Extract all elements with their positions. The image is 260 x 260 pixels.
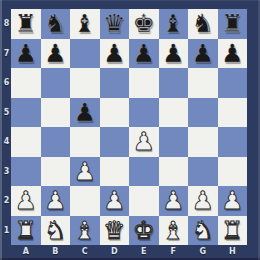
rank-label-6: 6 xyxy=(0,68,11,98)
square-h4[interactable] xyxy=(218,127,248,157)
square-f2[interactable]: ♟ xyxy=(159,186,189,216)
rank-label-7: 7 xyxy=(0,39,11,69)
square-b7[interactable]: ♟ xyxy=(41,39,71,69)
square-a6[interactable] xyxy=(11,68,41,98)
square-e1[interactable]: ♚ xyxy=(129,216,159,246)
black-pawn-h7[interactable]: ♟ xyxy=(218,39,248,69)
square-e7[interactable]: ♟ xyxy=(129,39,159,69)
rank-label-8: 8 xyxy=(0,9,11,39)
black-pawn-d7[interactable]: ♟ xyxy=(100,39,130,69)
rank-label-4: 4 xyxy=(0,127,11,157)
square-e6[interactable] xyxy=(129,68,159,98)
file-label-d: D xyxy=(100,245,130,260)
square-d1[interactable]: ♛ xyxy=(100,216,130,246)
black-rook-a8[interactable]: ♜ xyxy=(11,9,41,39)
white-pawn-e4[interactable]: ♟ xyxy=(129,127,159,157)
square-b6[interactable] xyxy=(41,68,71,98)
square-d3[interactable] xyxy=(100,157,130,187)
square-f7[interactable]: ♟ xyxy=(159,39,189,69)
square-h7[interactable]: ♟ xyxy=(218,39,248,69)
square-c3[interactable]: ♟ xyxy=(70,157,100,187)
square-h3[interactable] xyxy=(218,157,248,187)
square-c7[interactable] xyxy=(70,39,100,69)
black-rook-h8[interactable]: ♜ xyxy=(218,9,248,39)
square-c4[interactable] xyxy=(70,127,100,157)
square-f1[interactable]: ♝ xyxy=(159,216,189,246)
square-f3[interactable] xyxy=(159,157,189,187)
square-d7[interactable]: ♟ xyxy=(100,39,130,69)
rank-label-2: 2 xyxy=(0,186,11,216)
black-pawn-f7[interactable]: ♟ xyxy=(159,39,189,69)
square-e3[interactable] xyxy=(129,157,159,187)
white-queen-d1[interactable]: ♛ xyxy=(100,216,130,246)
black-pawn-b7[interactable]: ♟ xyxy=(41,39,71,69)
square-h2[interactable]: ♟ xyxy=(218,186,248,216)
white-pawn-b2[interactable]: ♟ xyxy=(41,186,71,216)
white-pawn-h2[interactable]: ♟ xyxy=(218,186,248,216)
rank-label-3: 3 xyxy=(0,157,11,187)
square-d2[interactable]: ♟ xyxy=(100,186,130,216)
black-knight-g8[interactable]: ♞ xyxy=(188,9,218,39)
square-b8[interactable]: ♞ xyxy=(41,9,71,39)
white-king-e1[interactable]: ♚ xyxy=(129,216,159,246)
file-label-h: H xyxy=(218,245,248,260)
square-a1[interactable]: ♜ xyxy=(11,216,41,246)
square-f4[interactable] xyxy=(159,127,189,157)
square-a4[interactable] xyxy=(11,127,41,157)
white-bishop-f1[interactable]: ♝ xyxy=(159,216,189,246)
file-label-f: F xyxy=(159,245,189,260)
square-g5[interactable] xyxy=(188,98,218,128)
black-queen-d8[interactable]: ♛ xyxy=(100,9,130,39)
black-pawn-c5[interactable]: ♟ xyxy=(70,98,100,128)
square-g8[interactable]: ♞ xyxy=(188,9,218,39)
square-c5[interactable]: ♟ xyxy=(70,98,100,128)
square-g1[interactable]: ♞ xyxy=(188,216,218,246)
file-label-e: E xyxy=(129,245,159,260)
white-pawn-d2[interactable]: ♟ xyxy=(100,186,130,216)
square-b5[interactable] xyxy=(41,98,71,128)
file-label-a: A xyxy=(11,245,41,260)
white-rook-a1[interactable]: ♜ xyxy=(11,216,41,246)
square-c2[interactable] xyxy=(70,186,100,216)
square-h1[interactable]: ♜ xyxy=(218,216,248,246)
file-label-b: B xyxy=(41,245,71,260)
square-e4[interactable]: ♟ xyxy=(129,127,159,157)
square-e2[interactable] xyxy=(129,186,159,216)
rank-labels: 87654321 xyxy=(0,9,11,245)
chess-board: ♜♞♝♛♚♝♞♜♟♟♟♟♟♟♟♟♟♟♟♟♟♟♟♟♜♞♝♛♚♝♞♜ xyxy=(11,9,247,245)
square-a5[interactable] xyxy=(11,98,41,128)
square-e5[interactable] xyxy=(129,98,159,128)
black-knight-b8[interactable]: ♞ xyxy=(41,9,71,39)
square-b3[interactable] xyxy=(41,157,71,187)
white-pawn-a2[interactable]: ♟ xyxy=(11,186,41,216)
black-pawn-a7[interactable]: ♟ xyxy=(11,39,41,69)
square-d8[interactable]: ♛ xyxy=(100,9,130,39)
black-king-e8[interactable]: ♚ xyxy=(129,9,159,39)
square-c1[interactable]: ♝ xyxy=(70,216,100,246)
square-g4[interactable] xyxy=(188,127,218,157)
white-bishop-c1[interactable]: ♝ xyxy=(70,216,100,246)
file-label-g: G xyxy=(188,245,218,260)
square-h6[interactable] xyxy=(218,68,248,98)
square-g6[interactable] xyxy=(188,68,218,98)
square-a7[interactable]: ♟ xyxy=(11,39,41,69)
square-a3[interactable] xyxy=(11,157,41,187)
black-bishop-f8[interactable]: ♝ xyxy=(159,9,189,39)
square-f8[interactable]: ♝ xyxy=(159,9,189,39)
square-b1[interactable]: ♞ xyxy=(41,216,71,246)
white-knight-b1[interactable]: ♞ xyxy=(41,216,71,246)
square-a2[interactable]: ♟ xyxy=(11,186,41,216)
square-h5[interactable] xyxy=(218,98,248,128)
black-bishop-c8[interactable]: ♝ xyxy=(70,9,100,39)
white-rook-h1[interactable]: ♜ xyxy=(218,216,248,246)
square-f6[interactable] xyxy=(159,68,189,98)
rank-label-1: 1 xyxy=(0,216,11,246)
white-pawn-c3[interactable]: ♟ xyxy=(70,157,100,187)
white-pawn-f2[interactable]: ♟ xyxy=(159,186,189,216)
file-label-c: C xyxy=(70,245,100,260)
square-g3[interactable] xyxy=(188,157,218,187)
file-labels: ABCDEFGH xyxy=(11,245,247,260)
black-pawn-g7[interactable]: ♟ xyxy=(188,39,218,69)
square-d5[interactable] xyxy=(100,98,130,128)
square-c6[interactable] xyxy=(70,68,100,98)
square-b2[interactable]: ♟ xyxy=(41,186,71,216)
square-h8[interactable]: ♜ xyxy=(218,9,248,39)
square-b4[interactable] xyxy=(41,127,71,157)
black-pawn-e7[interactable]: ♟ xyxy=(129,39,159,69)
square-g7[interactable]: ♟ xyxy=(188,39,218,69)
white-pawn-g2[interactable]: ♟ xyxy=(188,186,218,216)
square-d6[interactable] xyxy=(100,68,130,98)
square-g2[interactable]: ♟ xyxy=(188,186,218,216)
rank-label-5: 5 xyxy=(0,98,11,128)
chess-board-frame: 87654321 ♜♞♝♛♚♝♞♜♟♟♟♟♟♟♟♟♟♟♟♟♟♟♟♟♜♞♝♛♚♝♞… xyxy=(0,0,260,260)
square-f5[interactable] xyxy=(159,98,189,128)
square-c8[interactable]: ♝ xyxy=(70,9,100,39)
square-a8[interactable]: ♜ xyxy=(11,9,41,39)
white-knight-g1[interactable]: ♞ xyxy=(188,216,218,246)
square-e8[interactable]: ♚ xyxy=(129,9,159,39)
square-d4[interactable] xyxy=(100,127,130,157)
